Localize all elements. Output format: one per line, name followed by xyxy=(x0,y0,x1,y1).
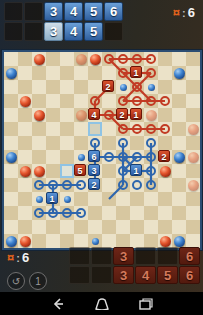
blue-ball xyxy=(6,68,17,79)
blue-chain-ring[interactable] xyxy=(118,180,128,190)
tray-tile-3[interactable]: 3 xyxy=(44,22,63,41)
small-blue-ball xyxy=(36,196,43,203)
red-ball xyxy=(34,166,45,177)
red-chain-ring[interactable] xyxy=(132,82,142,92)
top-ball-count-value: 6 xyxy=(188,5,195,20)
blue-chain-ring[interactable] xyxy=(34,208,44,218)
blue-ball xyxy=(174,152,185,163)
blue-number-tile-1[interactable]: 1 xyxy=(46,192,58,204)
tray-slot-empty xyxy=(157,247,178,265)
tray-tile-3[interactable]: 3 xyxy=(113,266,134,284)
blue-chain-ring[interactable] xyxy=(118,138,128,148)
red-chain-ring[interactable] xyxy=(118,124,128,134)
red-ball xyxy=(20,236,31,247)
red-ball xyxy=(160,236,171,247)
tray-tile-5[interactable]: 5 xyxy=(84,2,103,21)
android-navbar xyxy=(0,292,203,315)
red-chain-ring[interactable] xyxy=(104,54,114,64)
counter-separator: : xyxy=(16,252,20,264)
one-label: 1 xyxy=(35,276,41,287)
tray-slot-empty xyxy=(4,22,23,41)
tray-slot-empty xyxy=(4,2,23,21)
board-grid[interactable]: 124216253121 xyxy=(2,50,202,250)
top-ball-counter: ¤:6 xyxy=(173,5,195,20)
undo-button[interactable]: ↺ xyxy=(7,272,25,290)
top-tile-tray[interactable]: 3456345 xyxy=(4,2,123,41)
blue-chain-ring[interactable] xyxy=(118,152,128,162)
blue-ball xyxy=(174,236,185,247)
red-chain-ring[interactable] xyxy=(118,68,128,78)
tray-tile-4[interactable]: 4 xyxy=(135,266,156,284)
red-chain-ring[interactable] xyxy=(132,96,142,106)
red-number-tile-1[interactable]: 1 xyxy=(130,108,142,120)
ball-count-icon: ¤ xyxy=(173,5,180,20)
red-chain-ring[interactable] xyxy=(132,54,142,64)
small-blue-ball xyxy=(120,84,127,91)
red-number-tile-4[interactable]: 4 xyxy=(88,108,100,120)
tray-slot-empty xyxy=(104,22,123,41)
tray-slot-empty xyxy=(91,247,112,265)
home-icon[interactable] xyxy=(94,297,110,311)
red-chain-ring[interactable] xyxy=(118,96,128,106)
tray-tile-5[interactable]: 5 xyxy=(84,22,103,41)
tray-slot-empty xyxy=(24,22,43,41)
tray-tile-6[interactable]: 6 xyxy=(179,247,200,265)
red-chain-ring[interactable] xyxy=(146,124,156,134)
blue-chain-ring[interactable] xyxy=(132,152,142,162)
red-chain-ring[interactable] xyxy=(146,68,156,78)
tray-tile-3[interactable]: 3 xyxy=(113,247,134,265)
faded-red-ball xyxy=(188,152,199,163)
tray-tile-4[interactable]: 4 xyxy=(64,22,83,41)
blue-chain-ring[interactable] xyxy=(146,180,156,190)
blue-chain-ring[interactable] xyxy=(48,180,58,190)
blue-chain-ring[interactable] xyxy=(62,180,72,190)
blue-chain-ring[interactable] xyxy=(146,152,156,162)
tray-tile-5[interactable]: 5 xyxy=(157,266,178,284)
red-number-tile-5[interactable]: 5 xyxy=(74,164,86,176)
faded-red-ball xyxy=(146,110,157,121)
blue-chain-ring[interactable] xyxy=(90,138,100,148)
recents-icon[interactable] xyxy=(138,297,154,311)
blue-chain-ring[interactable] xyxy=(76,208,86,218)
blue-ball xyxy=(6,236,17,247)
one-button[interactable]: 1 xyxy=(29,272,47,290)
red-number-tile-1[interactable]: 1 xyxy=(130,66,142,78)
bottom-tile-tray[interactable]: 363456 xyxy=(69,247,200,284)
tray-tile-3[interactable]: 3 xyxy=(44,2,63,21)
red-ball xyxy=(90,54,101,65)
blue-chain-ring[interactable] xyxy=(48,208,58,218)
tray-slot-empty xyxy=(91,266,112,284)
blue-chain-ring[interactable] xyxy=(146,138,156,148)
red-chain-ring[interactable] xyxy=(104,110,114,120)
counter-separator: : xyxy=(182,7,186,19)
red-ball xyxy=(34,54,45,65)
small-blue-ball xyxy=(92,238,99,245)
tray-slot-empty xyxy=(24,2,43,21)
blue-ball xyxy=(6,152,17,163)
red-ball xyxy=(160,166,171,177)
blue-number-tile-6[interactable]: 6 xyxy=(88,150,100,162)
blue-number-tile-1[interactable]: 1 xyxy=(130,164,142,176)
blue-chain-ring[interactable] xyxy=(62,208,72,218)
bottom-ball-counter: ¤:6 xyxy=(7,250,29,265)
ball-count-icon: ¤ xyxy=(7,250,14,265)
red-chain-ring[interactable] xyxy=(160,124,170,134)
red-chain-ring[interactable] xyxy=(146,96,156,106)
faded-red-ball xyxy=(188,124,199,135)
blue-chain-ring[interactable] xyxy=(146,166,156,176)
blue-chain-ring[interactable] xyxy=(34,180,44,190)
faded-red-ball xyxy=(188,180,199,191)
red-number-tile-2[interactable]: 2 xyxy=(116,108,128,120)
red-ball xyxy=(20,166,31,177)
small-blue-ball xyxy=(64,196,71,203)
tray-tile-6[interactable]: 6 xyxy=(104,2,123,21)
undo-icon: ↺ xyxy=(12,276,20,287)
bottom-ball-count-value: 6 xyxy=(22,250,29,265)
tray-slot-empty xyxy=(69,266,90,284)
red-ball xyxy=(20,96,31,107)
tray-slot-empty xyxy=(69,247,90,265)
red-chain-ring[interactable] xyxy=(118,54,128,64)
red-number-tile-2[interactable]: 2 xyxy=(158,150,170,162)
red-chain-ring[interactable] xyxy=(132,124,142,134)
blue-chain-ring[interactable] xyxy=(132,180,142,190)
tray-tile-6[interactable]: 6 xyxy=(179,266,200,284)
small-blue-ball xyxy=(78,154,85,161)
blue-chain-ring[interactable] xyxy=(104,152,114,162)
blue-chain-ring[interactable] xyxy=(76,180,86,190)
blue-ball xyxy=(174,68,185,79)
faded-red-ball xyxy=(76,110,87,121)
game-screen: 3456345 ¤:6 124216253121 ¤:6 ↺ 1 363456 xyxy=(0,0,203,315)
blue-number-tile-3[interactable]: 3 xyxy=(88,164,100,176)
red-number-tile-2[interactable]: 2 xyxy=(102,80,114,92)
blue-chain-ring[interactable] xyxy=(118,166,128,176)
red-chain-ring[interactable] xyxy=(90,96,100,106)
blue-number-tile-2[interactable]: 2 xyxy=(88,178,100,190)
small-blue-ball xyxy=(148,84,155,91)
faded-red-ball xyxy=(76,54,87,65)
red-chain-ring[interactable] xyxy=(146,54,156,64)
tray-slot-empty xyxy=(135,247,156,265)
tray-tile-4[interactable]: 4 xyxy=(64,2,83,21)
red-chain-ring[interactable] xyxy=(160,96,170,106)
back-icon[interactable] xyxy=(50,297,66,311)
red-ball xyxy=(34,110,45,121)
